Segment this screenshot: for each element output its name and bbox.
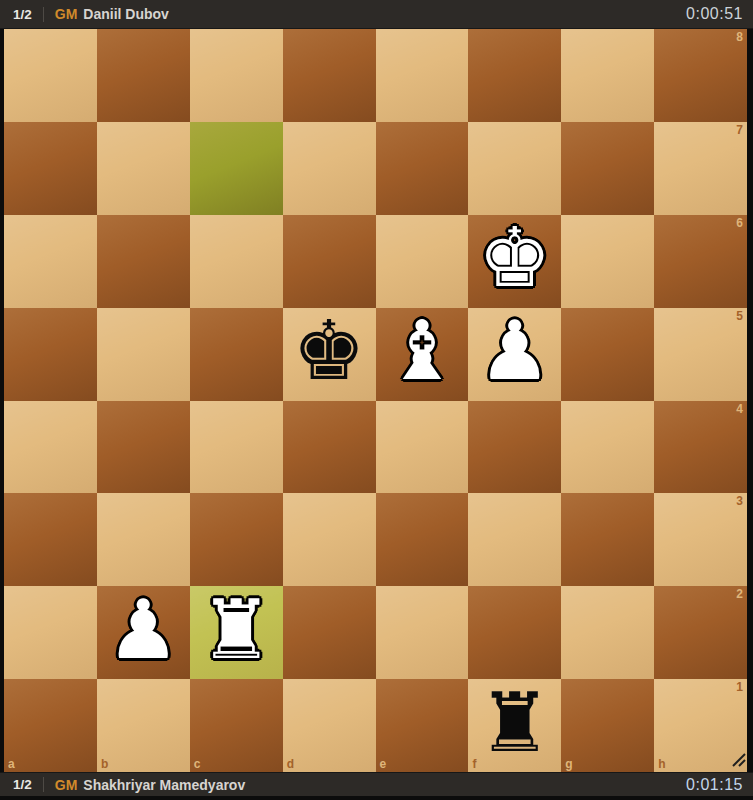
square-g7[interactable] [561,122,654,215]
square-b4[interactable] [97,401,190,494]
square-d8[interactable] [283,29,376,122]
coord-rank-1: 1 [736,681,743,693]
square-a4[interactable] [4,401,97,494]
broadcast-board-page: 1/2 GM Daniil Dubov 0:00:51 87♚6♚♝♟543♟♜… [0,0,753,800]
square-c1[interactable]: c [190,679,283,772]
square-g6[interactable] [561,215,654,308]
square-f2[interactable] [468,586,561,679]
square-g8[interactable] [561,29,654,122]
chess-board: 87♚6♚♝♟543♟♜2abcde♜fgh1 [4,29,747,772]
square-d4[interactable] [283,401,376,494]
square-c8[interactable] [190,29,283,122]
player-name-top: Daniil Dubov [83,6,169,22]
coord-rank-4: 4 [736,403,743,415]
player-name-bottom: Shakhriyar Mamedyarov [83,777,245,793]
square-g1[interactable]: g [561,679,654,772]
square-a2[interactable] [4,586,97,679]
square-c3[interactable] [190,493,283,586]
black-king[interactable]: ♚ [292,310,366,392]
resize-handle-icon[interactable] [730,751,748,769]
player-title-bottom: GM [55,777,78,793]
bar-divider-top [43,7,44,22]
square-c4[interactable] [190,401,283,494]
square-b8[interactable] [97,29,190,122]
white-king[interactable]: ♚ [478,217,552,299]
square-c2[interactable]: ♜ [190,586,283,679]
square-g5[interactable] [561,308,654,401]
square-a7[interactable] [4,122,97,215]
white-pawn[interactable]: ♟ [107,589,181,671]
square-f8[interactable] [468,29,561,122]
coord-rank-2: 2 [736,588,743,600]
square-e2[interactable] [376,586,469,679]
clock-bottom: 0:01:15 [686,776,743,794]
square-f1[interactable]: ♜f [468,679,561,772]
black-rook[interactable]: ♜ [478,682,552,764]
coord-file-g: g [565,758,572,770]
square-h8[interactable]: 8 [654,29,747,122]
coord-file-d: d [287,758,294,770]
white-rook[interactable]: ♜ [199,589,273,671]
square-f7[interactable] [468,122,561,215]
coord-file-e: e [380,758,387,770]
square-b2[interactable]: ♟ [97,586,190,679]
square-e8[interactable] [376,29,469,122]
clock-top: 0:00:51 [686,5,743,23]
square-h4[interactable]: 4 [654,401,747,494]
bar-divider-bottom [43,777,44,792]
square-a1[interactable]: a [4,679,97,772]
square-d3[interactable] [283,493,376,586]
white-bishop[interactable]: ♝ [385,310,459,392]
square-c5[interactable] [190,308,283,401]
coord-file-a: a [8,758,15,770]
square-g4[interactable] [561,401,654,494]
player-title-top: GM [55,6,78,22]
square-g2[interactable] [561,586,654,679]
square-h2[interactable]: 2 [654,586,747,679]
coord-rank-3: 3 [736,495,743,507]
coord-file-f: f [472,758,476,770]
square-a8[interactable] [4,29,97,122]
score-top: 1/2 [13,7,32,22]
coord-file-h: h [658,758,665,770]
square-e4[interactable] [376,401,469,494]
square-d6[interactable] [283,215,376,308]
coord-rank-5: 5 [736,310,743,322]
square-h6[interactable]: 6 [654,215,747,308]
square-d2[interactable] [283,586,376,679]
square-f5[interactable]: ♟ [468,308,561,401]
square-c6[interactable] [190,215,283,308]
square-a6[interactable] [4,215,97,308]
square-h5[interactable]: 5 [654,308,747,401]
square-b6[interactable] [97,215,190,308]
coord-file-b: b [101,758,108,770]
square-e6[interactable] [376,215,469,308]
square-b1[interactable]: b [97,679,190,772]
square-h3[interactable]: 3 [654,493,747,586]
square-h7[interactable]: 7 [654,122,747,215]
coord-rank-7: 7 [736,124,743,136]
square-e1[interactable]: e [376,679,469,772]
square-e3[interactable] [376,493,469,586]
score-bottom: 1/2 [13,777,32,792]
square-a5[interactable] [4,308,97,401]
square-f6[interactable]: ♚ [468,215,561,308]
square-f4[interactable] [468,401,561,494]
square-g3[interactable] [561,493,654,586]
white-pawn[interactable]: ♟ [478,310,552,392]
player-bar-bottom: 1/2 GM Shakhriyar Mamedyarov 0:01:15 [0,772,753,796]
square-e5[interactable]: ♝ [376,308,469,401]
square-f3[interactable] [468,493,561,586]
square-e7[interactable] [376,122,469,215]
square-d1[interactable]: d [283,679,376,772]
square-b7[interactable] [97,122,190,215]
coord-rank-8: 8 [736,31,743,43]
square-a3[interactable] [4,493,97,586]
square-d5[interactable]: ♚ [283,308,376,401]
square-b3[interactable] [97,493,190,586]
square-b5[interactable] [97,308,190,401]
player-bar-top: 1/2 GM Daniil Dubov 0:00:51 [0,0,753,29]
square-d7[interactable] [283,122,376,215]
coord-rank-6: 6 [736,217,743,229]
square-c7[interactable] [190,122,283,215]
coord-file-c: c [194,758,201,770]
